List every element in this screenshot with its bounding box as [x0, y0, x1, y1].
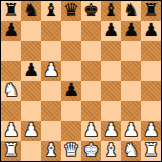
chess-board-frame: ♜♞♝♛♚♝♞♜♟♟♟♟♟♟♞♟♟♟♟♟♟♟♜♝♛♚♝♞♜: [0, 0, 162, 162]
piece-white-pawn: ♟: [43, 61, 59, 80]
square-d5[interactable]: [61, 61, 81, 81]
piece-white-pawn: ♟: [123, 121, 139, 140]
square-d3[interactable]: [61, 101, 81, 121]
piece-black-rook: ♜: [143, 1, 159, 20]
square-g5[interactable]: [121, 61, 141, 81]
square-e4[interactable]: [81, 81, 101, 101]
piece-white-rook: ♜: [143, 141, 159, 160]
piece-white-king: ♚: [83, 141, 99, 160]
square-e1[interactable]: ♚: [81, 141, 101, 161]
square-c6[interactable]: [41, 41, 61, 61]
square-f5[interactable]: [101, 61, 121, 81]
square-a7[interactable]: ♟: [1, 21, 21, 41]
piece-black-queen: ♛: [63, 1, 79, 20]
square-d6[interactable]: [61, 41, 81, 61]
square-b5[interactable]: ♟: [21, 61, 41, 81]
square-b3[interactable]: [21, 101, 41, 121]
square-d7[interactable]: [61, 21, 81, 41]
piece-black-pawn: ♟: [23, 61, 39, 80]
piece-black-king: ♚: [83, 1, 99, 20]
square-f3[interactable]: [101, 101, 121, 121]
square-h7[interactable]: ♟: [141, 21, 161, 41]
piece-white-pawn: ♟: [23, 121, 39, 140]
square-d2[interactable]: [61, 121, 81, 141]
square-h6[interactable]: [141, 41, 161, 61]
piece-white-rook: ♜: [3, 141, 19, 160]
square-d8[interactable]: ♛: [61, 1, 81, 21]
square-a4[interactable]: ♞: [1, 81, 21, 101]
square-a8[interactable]: ♜: [1, 1, 21, 21]
square-a2[interactable]: ♟: [1, 121, 21, 141]
piece-white-pawn: ♟: [83, 121, 99, 140]
square-g4[interactable]: [121, 81, 141, 101]
square-h4[interactable]: [141, 81, 161, 101]
piece-white-pawn: ♟: [103, 121, 119, 140]
piece-white-pawn: ♟: [143, 121, 159, 140]
piece-black-bishop: ♝: [43, 1, 59, 20]
square-h3[interactable]: [141, 101, 161, 121]
square-g7[interactable]: ♟: [121, 21, 141, 41]
square-b6[interactable]: [21, 41, 41, 61]
square-e6[interactable]: [81, 41, 101, 61]
square-h8[interactable]: ♜: [141, 1, 161, 21]
piece-black-knight: ♞: [23, 1, 39, 20]
square-b1[interactable]: [21, 141, 41, 161]
square-f2[interactable]: ♟: [101, 121, 121, 141]
piece-white-knight: ♞: [3, 81, 19, 100]
square-c2[interactable]: [41, 121, 61, 141]
chess-board: ♜♞♝♛♚♝♞♜♟♟♟♟♟♟♞♟♟♟♟♟♟♟♜♝♛♚♝♞♜: [1, 1, 161, 161]
piece-black-pawn: ♟: [3, 21, 19, 40]
square-b7[interactable]: [21, 21, 41, 41]
piece-black-pawn: ♟: [123, 21, 139, 40]
square-a3[interactable]: [1, 101, 21, 121]
square-a6[interactable]: [1, 41, 21, 61]
square-e7[interactable]: [81, 21, 101, 41]
piece-black-pawn: ♟: [143, 21, 159, 40]
square-g8[interactable]: ♞: [121, 1, 141, 21]
piece-white-queen: ♛: [63, 141, 79, 160]
square-c8[interactable]: ♝: [41, 1, 61, 21]
piece-white-bishop: ♝: [43, 141, 59, 160]
square-h2[interactable]: ♟: [141, 121, 161, 141]
square-g2[interactable]: ♟: [121, 121, 141, 141]
square-d1[interactable]: ♛: [61, 141, 81, 161]
square-e3[interactable]: [81, 101, 101, 121]
square-h1[interactable]: ♜: [141, 141, 161, 161]
square-e5[interactable]: [81, 61, 101, 81]
square-c5[interactable]: ♟: [41, 61, 61, 81]
square-f8[interactable]: ♝: [101, 1, 121, 21]
square-f7[interactable]: ♟: [101, 21, 121, 41]
square-f4[interactable]: [101, 81, 121, 101]
piece-white-pawn: ♟: [3, 121, 19, 140]
square-e8[interactable]: ♚: [81, 1, 101, 21]
square-f1[interactable]: ♝: [101, 141, 121, 161]
piece-black-pawn: ♟: [103, 21, 119, 40]
square-h5[interactable]: [141, 61, 161, 81]
square-c3[interactable]: [41, 101, 61, 121]
square-a5[interactable]: [1, 61, 21, 81]
square-b4[interactable]: [21, 81, 41, 101]
square-g6[interactable]: [121, 41, 141, 61]
square-f6[interactable]: [101, 41, 121, 61]
piece-white-bishop: ♝: [103, 141, 119, 160]
piece-black-bishop: ♝: [103, 1, 119, 20]
square-e2[interactable]: ♟: [81, 121, 101, 141]
piece-black-pawn: ♟: [63, 81, 79, 100]
piece-white-knight: ♞: [123, 141, 139, 160]
square-c7[interactable]: [41, 21, 61, 41]
square-b8[interactable]: ♞: [21, 1, 41, 21]
square-a1[interactable]: ♜: [1, 141, 21, 161]
square-b2[interactable]: ♟: [21, 121, 41, 141]
square-g1[interactable]: ♞: [121, 141, 141, 161]
square-g3[interactable]: [121, 101, 141, 121]
piece-black-knight: ♞: [123, 1, 139, 20]
square-c4[interactable]: [41, 81, 61, 101]
square-c1[interactable]: ♝: [41, 141, 61, 161]
piece-black-rook: ♜: [3, 1, 19, 20]
square-d4[interactable]: ♟: [61, 81, 81, 101]
